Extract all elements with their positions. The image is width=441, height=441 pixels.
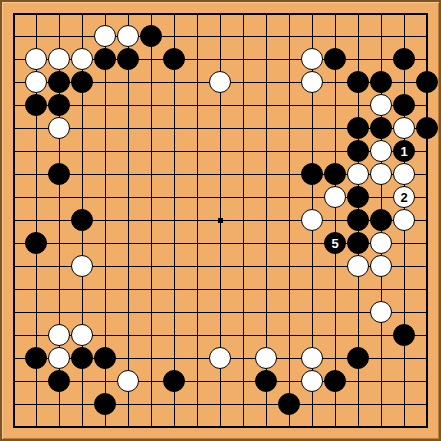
- black-stone: [25, 94, 47, 116]
- black-stone: [347, 140, 369, 162]
- black-stone: [324, 48, 346, 70]
- black-stone: [393, 48, 415, 70]
- white-stone: [209, 71, 231, 93]
- move-number-label: 1: [400, 145, 407, 158]
- black-stone: [71, 347, 93, 369]
- white-stone: [370, 232, 392, 254]
- black-stone: [347, 71, 369, 93]
- white-stone: [301, 71, 323, 93]
- grid-line-vertical: [289, 13, 290, 428]
- black-stone: [278, 393, 300, 415]
- black-stone: [25, 347, 47, 369]
- grid-line-vertical: [335, 13, 336, 428]
- white-stone: [370, 301, 392, 323]
- white-stone: [25, 48, 47, 70]
- black-stone: [48, 71, 70, 93]
- move-number-label: 5: [331, 237, 338, 250]
- white-stone: [393, 209, 415, 231]
- white-stone: [71, 255, 93, 277]
- black-stone: 1: [393, 140, 415, 162]
- white-stone: [209, 347, 231, 369]
- black-stone: [163, 48, 185, 70]
- black-stone: [140, 25, 162, 47]
- white-stone: [301, 347, 323, 369]
- grid-line-horizontal: [13, 404, 428, 405]
- black-stone: [117, 48, 139, 70]
- white-stone: [370, 255, 392, 277]
- white-stone: [48, 347, 70, 369]
- black-stone: [94, 48, 116, 70]
- black-stone: [94, 347, 116, 369]
- white-stone: [94, 25, 116, 47]
- black-stone: [347, 186, 369, 208]
- white-stone: [48, 117, 70, 139]
- black-stone: [255, 370, 277, 392]
- black-stone: [370, 71, 392, 93]
- black-stone: [71, 71, 93, 93]
- white-stone: [71, 324, 93, 346]
- white-stone: [301, 209, 323, 231]
- grid-line-horizontal: [13, 381, 428, 382]
- black-stone: [301, 163, 323, 185]
- black-stone: [347, 232, 369, 254]
- white-stone: [71, 48, 93, 70]
- black-stone: [416, 117, 438, 139]
- white-stone: [117, 25, 139, 47]
- black-stone: [48, 370, 70, 392]
- white-stone: [255, 347, 277, 369]
- black-stone: [48, 163, 70, 185]
- white-stone: [347, 163, 369, 185]
- black-stone: [393, 94, 415, 116]
- white-stone: 2: [393, 186, 415, 208]
- white-stone: [347, 255, 369, 277]
- black-stone: [370, 117, 392, 139]
- black-stone: [347, 117, 369, 139]
- black-stone: [393, 324, 415, 346]
- grid-line-vertical: [243, 13, 244, 428]
- move-number-label: 2: [400, 191, 407, 204]
- white-stone: [370, 163, 392, 185]
- white-stone: [393, 163, 415, 185]
- black-stone: [94, 393, 116, 415]
- black-stone: [25, 232, 47, 254]
- white-stone: [48, 324, 70, 346]
- black-stone: [370, 209, 392, 231]
- go-diagram: 125: [0, 0, 441, 441]
- white-stone: [117, 370, 139, 392]
- grid-line-horizontal: [13, 426, 428, 428]
- black-stone: [163, 370, 185, 392]
- grid-line-horizontal: [13, 312, 428, 313]
- white-stone: [393, 117, 415, 139]
- black-stone: [48, 94, 70, 116]
- black-stone: [416, 71, 438, 93]
- white-stone: [370, 140, 392, 162]
- black-stone: [347, 209, 369, 231]
- black-stone: [324, 370, 346, 392]
- white-stone: [370, 94, 392, 116]
- black-stone: 5: [324, 232, 346, 254]
- grid-line-horizontal: [13, 289, 428, 290]
- white-stone: [48, 48, 70, 70]
- white-stone: [301, 48, 323, 70]
- black-stone: [71, 209, 93, 231]
- white-stone: [25, 71, 47, 93]
- white-stone: [324, 186, 346, 208]
- white-stone: [301, 370, 323, 392]
- star-point: [218, 218, 223, 223]
- black-stone: [324, 163, 346, 185]
- black-stone: [347, 347, 369, 369]
